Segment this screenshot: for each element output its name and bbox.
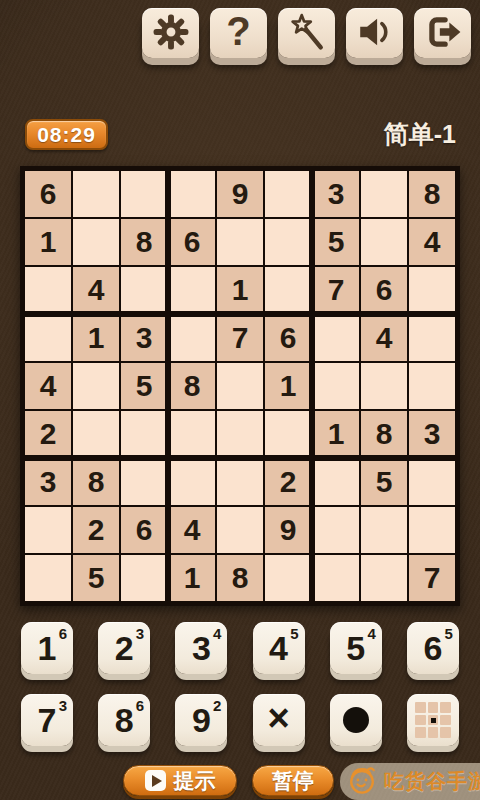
question-icon: ? (226, 11, 250, 51)
digit-placed-count: 6 (59, 625, 67, 642)
digit-placed-count: 4 (213, 625, 221, 642)
cell-r5c1[interactable]: 4 (25, 363, 71, 409)
cell-r7c6[interactable]: 2 (265, 459, 311, 505)
digit-key-1[interactable]: 16 (21, 622, 73, 674)
cell-r6c2[interactable] (73, 411, 119, 457)
cross-icon: × (267, 699, 289, 737)
digit-key-7[interactable]: 73 (21, 694, 73, 746)
cell-r9c9[interactable]: 7 (409, 555, 455, 601)
digit-key-label: 4 (269, 631, 288, 665)
cell-r9c5[interactable]: 8 (217, 555, 263, 601)
cell-r1c9[interactable]: 8 (409, 171, 455, 217)
cell-r1c7[interactable]: 3 (313, 171, 359, 217)
cell-r1c2[interactable] (73, 171, 119, 217)
cell-r5c4[interactable]: 8 (169, 363, 215, 409)
cell-r8c4[interactable]: 4 (169, 507, 215, 553)
play-icon (145, 770, 166, 791)
cell-r3c8[interactable]: 6 (361, 267, 407, 313)
cell-r4c7[interactable] (313, 315, 359, 361)
cell-r2c5[interactable] (217, 219, 263, 265)
cell-r1c8[interactable] (361, 171, 407, 217)
cell-r3c3[interactable] (121, 267, 167, 313)
cell-r6c3[interactable] (121, 411, 167, 457)
cell-r6c7[interactable]: 1 (313, 411, 359, 457)
cell-r8c1[interactable] (25, 507, 71, 553)
gear-icon (152, 13, 190, 54)
cell-r2c1[interactable]: 1 (25, 219, 71, 265)
cell-r9c7[interactable] (313, 555, 359, 601)
speaker-icon (356, 13, 394, 54)
digit-key-2[interactable]: 23 (98, 622, 150, 674)
cell-r1c5[interactable]: 9 (217, 171, 263, 217)
cell-r1c1[interactable]: 6 (25, 171, 71, 217)
digit-key-label: 5 (346, 631, 365, 665)
watermark-text: 吃货谷手游 (384, 768, 480, 795)
exit-button[interactable] (414, 8, 471, 58)
mascot-face-icon (344, 762, 380, 800)
cell-r8c2[interactable]: 2 (73, 507, 119, 553)
cell-r2c2[interactable] (73, 219, 119, 265)
digit-key-label: 6 (423, 631, 442, 665)
cell-r9c3[interactable] (121, 555, 167, 601)
notes-key[interactable] (407, 694, 459, 746)
sudoku-board: 69381865441761376445812183382526495187 (20, 166, 460, 606)
digit-key-label: 8 (115, 703, 134, 737)
level-label: 简单-1 (384, 119, 456, 150)
cell-r4c1[interactable] (25, 315, 71, 361)
cell-r2c9[interactable]: 4 (409, 219, 455, 265)
digit-key-label: 9 (192, 703, 211, 737)
cell-r8c5[interactable] (217, 507, 263, 553)
digit-key-label: 3 (192, 631, 211, 665)
cell-r9c1[interactable] (25, 555, 71, 601)
cell-r6c8[interactable]: 8 (361, 411, 407, 457)
cell-r4c8[interactable]: 4 (361, 315, 407, 361)
watermark-badge: 吃货谷手游 (340, 763, 480, 800)
hint-button-label: 提示 (174, 767, 216, 795)
digit-key-9[interactable]: 92 (175, 694, 227, 746)
pause-button[interactable]: 暂停 (252, 765, 334, 796)
cell-r8c7[interactable] (313, 507, 359, 553)
cell-r1c6[interactable] (265, 171, 311, 217)
cell-r5c6[interactable]: 1 (265, 363, 311, 409)
sound-button[interactable] (346, 8, 403, 58)
cell-r6c5[interactable] (217, 411, 263, 457)
cell-r2c6[interactable] (265, 219, 311, 265)
digit-key-5[interactable]: 54 (330, 622, 382, 674)
cell-r3c4[interactable] (169, 267, 215, 313)
cell-r4c5[interactable]: 7 (217, 315, 263, 361)
digit-placed-count: 3 (59, 697, 67, 714)
app-screen: ? (0, 0, 480, 800)
digit-key-3[interactable]: 34 (175, 622, 227, 674)
cell-r4c9[interactable] (409, 315, 455, 361)
cell-r5c2[interactable] (73, 363, 119, 409)
cell-r3c7[interactable]: 7 (313, 267, 359, 313)
digit-key-label: 2 (115, 631, 134, 665)
exit-icon (424, 13, 462, 54)
dot-icon (343, 707, 369, 733)
cell-r9c4[interactable]: 1 (169, 555, 215, 601)
cell-r7c7[interactable] (313, 459, 359, 505)
digit-key-6[interactable]: 65 (407, 622, 459, 674)
cell-r1c4[interactable] (169, 171, 215, 217)
cell-r3c9[interactable] (409, 267, 455, 313)
cell-r8c3[interactable]: 6 (121, 507, 167, 553)
cell-r5c8[interactable] (361, 363, 407, 409)
cell-r9c6[interactable] (265, 555, 311, 601)
cell-r2c3[interactable]: 8 (121, 219, 167, 265)
cell-r7c4[interactable] (169, 459, 215, 505)
digit-key-label: 7 (38, 703, 57, 737)
cell-r5c9[interactable] (409, 363, 455, 409)
cell-r3c1[interactable] (25, 267, 71, 313)
cell-r4c3[interactable]: 3 (121, 315, 167, 361)
mark-key[interactable] (330, 694, 382, 746)
number-pad: 162334455465738692× (0, 622, 480, 746)
cell-r3c6[interactable] (265, 267, 311, 313)
cell-r7c1[interactable]: 3 (25, 459, 71, 505)
pause-button-label: 暂停 (272, 767, 314, 795)
cell-r9c8[interactable] (361, 555, 407, 601)
cell-r5c5[interactable] (217, 363, 263, 409)
magic-wand-icon (288, 13, 326, 54)
cell-r5c7[interactable] (313, 363, 359, 409)
hint-wand-button[interactable] (278, 8, 335, 58)
digit-key-8[interactable]: 86 (98, 694, 150, 746)
cell-r3c5[interactable]: 1 (217, 267, 263, 313)
erase-key[interactable]: × (253, 694, 305, 746)
cell-r2c7[interactable]: 5 (313, 219, 359, 265)
digit-placed-count: 2 (213, 697, 221, 714)
digit-placed-count: 6 (136, 697, 144, 714)
digit-key-label: 1 (38, 631, 57, 665)
cell-r6c4[interactable] (169, 411, 215, 457)
cell-r5c3[interactable]: 5 (121, 363, 167, 409)
cell-r7c8[interactable]: 5 (361, 459, 407, 505)
toolbar: ? (0, 8, 471, 58)
help-button[interactable]: ? (210, 8, 267, 58)
cell-r7c9[interactable] (409, 459, 455, 505)
cell-r1c3[interactable] (121, 171, 167, 217)
cell-r4c2[interactable]: 1 (73, 315, 119, 361)
cell-r4c6[interactable]: 6 (265, 315, 311, 361)
cell-r2c8[interactable] (361, 219, 407, 265)
timer-badge: 08:29 (25, 119, 108, 150)
cell-r2c4[interactable]: 6 (169, 219, 215, 265)
digit-placed-count: 5 (290, 625, 298, 642)
cell-r7c5[interactable] (217, 459, 263, 505)
hint-button[interactable]: 提示 (123, 765, 237, 796)
cell-r9c2[interactable]: 5 (73, 555, 119, 601)
digit-placed-count: 3 (136, 625, 144, 642)
cell-r8c6[interactable]: 9 (265, 507, 311, 553)
cell-r6c9[interactable]: 3 (409, 411, 455, 457)
cell-r4c4[interactable] (169, 315, 215, 361)
cell-r3c2[interactable]: 4 (73, 267, 119, 313)
cell-r7c2[interactable]: 8 (73, 459, 119, 505)
cell-r6c6[interactable] (265, 411, 311, 457)
cell-r8c8[interactable] (361, 507, 407, 553)
mini-grid-icon (415, 702, 451, 738)
digit-placed-count: 5 (445, 625, 453, 642)
digit-key-4[interactable]: 45 (253, 622, 305, 674)
cell-r6c1[interactable]: 2 (25, 411, 71, 457)
cell-r7c3[interactable] (121, 459, 167, 505)
digit-placed-count: 4 (367, 625, 375, 642)
settings-button[interactable] (142, 8, 199, 58)
cell-r8c9[interactable] (409, 507, 455, 553)
